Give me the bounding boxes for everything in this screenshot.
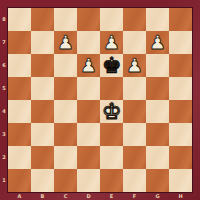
square-a7[interactable] [8,31,31,54]
file-label-A: A [8,192,31,200]
rank-label-7: 7 [0,31,8,54]
square-a2[interactable] [8,146,31,169]
square-h6[interactable] [169,54,192,77]
square-f6[interactable]: ♟ [123,54,146,77]
square-g2[interactable] [146,146,169,169]
square-h3[interactable] [169,123,192,146]
file-label-C: C [54,192,77,200]
square-h7[interactable] [169,31,192,54]
square-h1[interactable] [169,169,192,192]
rank-label-1: 1 [0,169,8,192]
white-king-e4[interactable]: ♚ [100,100,123,123]
square-g6[interactable] [146,54,169,77]
white-pawn-f6[interactable]: ♟ [123,54,146,77]
square-b2[interactable] [31,146,54,169]
square-e6[interactable]: ♚ [100,54,123,77]
square-e5[interactable] [100,77,123,100]
square-h4[interactable] [169,100,192,123]
square-f7[interactable] [123,31,146,54]
rank-label-6: 6 [0,54,8,77]
square-c3[interactable] [54,123,77,146]
square-b3[interactable] [31,123,54,146]
square-d6[interactable]: ♟ [77,54,100,77]
white-pawn-d6[interactable]: ♟ [77,54,100,77]
square-d4[interactable] [77,100,100,123]
square-d5[interactable] [77,77,100,100]
square-c5[interactable] [54,77,77,100]
square-g7[interactable]: ♟ [146,31,169,54]
square-c6[interactable] [54,54,77,77]
file-label-G: G [146,192,169,200]
square-d1[interactable] [77,169,100,192]
rank-label-5: 5 [0,77,8,100]
square-g1[interactable] [146,169,169,192]
square-f2[interactable] [123,146,146,169]
square-e2[interactable] [100,146,123,169]
file-label-H: H [169,192,192,200]
board-grid: ♟♟♟♟♚♟♚ [8,8,192,192]
square-h2[interactable] [169,146,192,169]
square-b4[interactable] [31,100,54,123]
square-f8[interactable] [123,8,146,31]
square-a3[interactable] [8,123,31,146]
white-pawn-e7[interactable]: ♟ [100,31,123,54]
square-g8[interactable] [146,8,169,31]
rank-label-4: 4 [0,100,8,123]
square-e7[interactable]: ♟ [100,31,123,54]
square-h5[interactable] [169,77,192,100]
square-a8[interactable] [8,8,31,31]
square-a6[interactable] [8,54,31,77]
chess-board-frame: ♟♟♟♟♚♟♚ 87654321 ABCDEFGH [0,0,200,200]
square-d3[interactable] [77,123,100,146]
square-d8[interactable] [77,8,100,31]
square-b6[interactable] [31,54,54,77]
square-a4[interactable] [8,100,31,123]
square-b7[interactable] [31,31,54,54]
square-e4[interactable]: ♚ [100,100,123,123]
square-e3[interactable] [100,123,123,146]
square-f5[interactable] [123,77,146,100]
file-label-B: B [31,192,54,200]
square-f4[interactable] [123,100,146,123]
square-h8[interactable] [169,8,192,31]
square-e1[interactable] [100,169,123,192]
square-b1[interactable] [31,169,54,192]
square-a1[interactable] [8,169,31,192]
square-f1[interactable] [123,169,146,192]
file-label-E: E [100,192,123,200]
white-pawn-g7[interactable]: ♟ [146,31,169,54]
square-d7[interactable] [77,31,100,54]
rank-label-8: 8 [0,8,8,31]
rank-label-2: 2 [0,146,8,169]
square-b8[interactable] [31,8,54,31]
square-c7[interactable]: ♟ [54,31,77,54]
square-c1[interactable] [54,169,77,192]
black-king-e6[interactable]: ♚ [100,54,123,77]
file-label-F: F [123,192,146,200]
square-a5[interactable] [8,77,31,100]
square-g3[interactable] [146,123,169,146]
white-pawn-c7[interactable]: ♟ [54,31,77,54]
square-c2[interactable] [54,146,77,169]
square-b5[interactable] [31,77,54,100]
square-e8[interactable] [100,8,123,31]
square-g5[interactable] [146,77,169,100]
square-c8[interactable] [54,8,77,31]
square-c4[interactable] [54,100,77,123]
square-d2[interactable] [77,146,100,169]
rank-label-3: 3 [0,123,8,146]
square-g4[interactable] [146,100,169,123]
square-f3[interactable] [123,123,146,146]
file-label-D: D [77,192,100,200]
